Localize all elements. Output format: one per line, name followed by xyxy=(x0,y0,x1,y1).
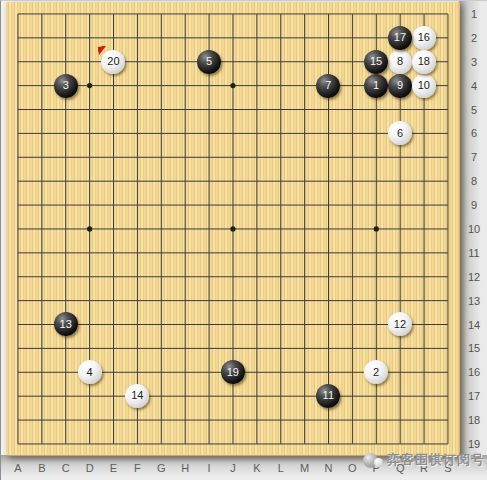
row-label-10: 10 xyxy=(462,223,486,235)
move-number: 9 xyxy=(397,80,403,91)
col-label-H: H xyxy=(175,462,195,474)
row-label-15: 15 xyxy=(462,342,486,354)
col-label-K: K xyxy=(247,462,267,474)
col-label-B: B xyxy=(32,462,52,474)
move-number: 20 xyxy=(107,56,119,67)
col-label-I: I xyxy=(199,462,219,474)
stone-black-13-C14[interactable]: 13 xyxy=(54,312,78,336)
col-label-G: G xyxy=(151,462,171,474)
col-label-E: E xyxy=(104,462,124,474)
stone-white-20-E3[interactable]: 20 xyxy=(101,50,125,74)
col-label-N: N xyxy=(319,462,339,474)
move-number: 14 xyxy=(131,390,143,401)
row-label-18: 18 xyxy=(462,414,486,426)
move-number: 8 xyxy=(397,56,403,67)
row-label-12: 12 xyxy=(462,271,486,283)
row-label-5: 5 xyxy=(462,104,486,116)
move-number: 10 xyxy=(418,80,430,91)
col-label-L: L xyxy=(271,462,291,474)
col-label-O: O xyxy=(342,462,362,474)
stone-white-18-R3[interactable]: 18 xyxy=(412,50,436,74)
col-label-A: A xyxy=(8,462,28,474)
stone-black-5-I3[interactable]: 5 xyxy=(197,50,221,74)
stone-black-19-J16[interactable]: 19 xyxy=(221,360,245,384)
row-label-7: 7 xyxy=(462,151,486,163)
move-number: 16 xyxy=(418,32,430,43)
move-number: 19 xyxy=(227,367,239,378)
row-label-strip xyxy=(459,1,487,480)
stone-white-14-F17[interactable]: 14 xyxy=(125,384,149,408)
row-label-6: 6 xyxy=(462,127,486,139)
col-label-M: M xyxy=(295,462,315,474)
stone-white-12-Q14[interactable]: 12 xyxy=(388,312,412,336)
row-label-9: 9 xyxy=(462,199,486,211)
move-number: 7 xyxy=(325,80,331,91)
stone-black-17-Q2[interactable]: 17 xyxy=(388,26,412,50)
go-board[interactable]: 1234567891011121314151617181920 xyxy=(6,2,460,456)
stone-white-2-P16[interactable]: 2 xyxy=(364,360,388,384)
row-label-13: 13 xyxy=(462,295,486,307)
move-number: 4 xyxy=(87,367,93,378)
row-label-4: 4 xyxy=(462,80,486,92)
move-number: 11 xyxy=(323,390,334,401)
row-label-17: 17 xyxy=(462,390,486,402)
stone-black-9-Q4[interactable]: 9 xyxy=(388,74,412,98)
stone-black-11-N17[interactable]: 11 xyxy=(316,384,340,408)
col-label-J: J xyxy=(223,462,243,474)
row-label-14: 14 xyxy=(462,319,486,331)
move-number: 2 xyxy=(373,367,379,378)
stone-white-16-R2[interactable]: 16 xyxy=(412,26,436,50)
stone-white-4-D16[interactable]: 4 xyxy=(78,360,102,384)
row-label-8: 8 xyxy=(462,175,486,187)
move-number: 18 xyxy=(418,56,430,67)
stone-black-7-N4[interactable]: 7 xyxy=(316,74,340,98)
row-label-11: 11 xyxy=(462,247,486,259)
watermark-text: 弈客围棋订阅号 xyxy=(387,451,485,469)
stone-white-10-R4[interactable]: 10 xyxy=(412,74,436,98)
stone-black-3-C4[interactable]: 3 xyxy=(54,74,78,98)
move-number: 6 xyxy=(397,128,403,139)
row-label-16: 16 xyxy=(462,366,486,378)
stones-grid[interactable]: 1234567891011121314151617181920 xyxy=(6,2,460,456)
go-stones-logo-icon xyxy=(363,452,383,469)
col-label-F: F xyxy=(127,462,147,474)
stone-white-6-Q6[interactable]: 6 xyxy=(388,121,412,145)
move-number: 17 xyxy=(394,32,406,43)
stone-black-1-P4[interactable]: 1 xyxy=(364,74,388,98)
last-move-marker-icon xyxy=(98,45,108,55)
go-diagram: 1234567891011121314151617181920 ABCDEFGH… xyxy=(0,0,487,480)
row-label-3: 3 xyxy=(462,56,486,68)
stone-white-8-Q3[interactable]: 8 xyxy=(388,50,412,74)
move-number: 5 xyxy=(206,56,212,67)
col-label-C: C xyxy=(56,462,76,474)
row-label-19: 19 xyxy=(462,438,486,450)
move-number: 12 xyxy=(394,319,406,330)
row-label-2: 2 xyxy=(462,32,486,44)
move-number: 3 xyxy=(63,80,69,91)
move-number: 15 xyxy=(370,56,382,67)
col-label-D: D xyxy=(80,462,100,474)
move-number: 1 xyxy=(373,80,379,91)
row-label-1: 1 xyxy=(462,8,486,20)
watermark: 弈客围棋订阅号 xyxy=(363,451,485,469)
move-number: 13 xyxy=(60,319,72,330)
stone-black-15-P3[interactable]: 15 xyxy=(364,50,388,74)
